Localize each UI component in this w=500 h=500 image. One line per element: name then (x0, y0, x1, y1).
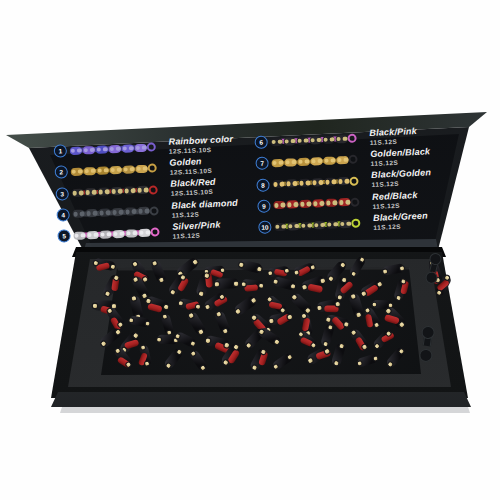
chain-pin (281, 224, 286, 229)
chain-pin (345, 200, 350, 205)
gold-pin (151, 259, 159, 267)
gold-pin (106, 307, 115, 316)
chain-link (336, 156, 348, 165)
coiled-chain-link (174, 331, 197, 348)
gold-pin (398, 320, 408, 330)
chain-pin (346, 221, 351, 226)
chain-sample-graphic (71, 163, 164, 176)
chain-pin (111, 189, 116, 194)
gold-pin (220, 358, 229, 367)
chain-pin (332, 200, 337, 205)
option-number-badge: 3 (55, 187, 69, 201)
chain-pin (333, 222, 338, 227)
option-number-badge: 5 (57, 229, 71, 243)
black-outer-plate (189, 349, 208, 372)
gold-pin (316, 303, 324, 311)
chain-link (136, 164, 148, 173)
chain-link (122, 144, 134, 153)
chain-pin (317, 137, 322, 142)
coiled-chain-link (249, 347, 268, 371)
chain-pin (85, 190, 90, 195)
chain-pin (73, 212, 78, 217)
chain-link (296, 136, 308, 145)
coiled-chain-link (272, 276, 296, 291)
chain-sample-graphic (70, 142, 163, 155)
chain-speed-spec: 11S.12S (172, 208, 239, 218)
chain-link (125, 229, 137, 238)
chain-link (85, 188, 97, 197)
chain-link (339, 219, 351, 228)
chain-pin (325, 180, 330, 185)
quick-link-end (350, 197, 359, 206)
gold-pin (91, 302, 98, 309)
chain-pin (285, 160, 290, 165)
chain-pin (330, 137, 335, 142)
black-outer-plate (150, 259, 167, 283)
coiled-chain-link (363, 306, 382, 329)
chain-pin (131, 209, 136, 214)
gold-pin (286, 313, 294, 321)
black-outer-plate (186, 311, 207, 336)
gold-pin (114, 347, 123, 356)
chain-pin (79, 190, 84, 195)
chain-pin (93, 232, 98, 237)
black-outer-plate (382, 263, 405, 276)
chain-link (111, 208, 123, 217)
chain-pin (117, 167, 122, 172)
option-label: Black diamond11S.12S (171, 199, 238, 219)
chain-pin (77, 148, 82, 153)
gold-pin (342, 319, 350, 327)
coiled-chain-link (306, 346, 332, 366)
black-outer-plate (214, 311, 231, 335)
chain-link (85, 209, 97, 218)
chain-link (124, 207, 136, 216)
gold-pin (326, 324, 334, 332)
chain-pin (104, 168, 109, 173)
chain-pin (144, 209, 149, 214)
coiled-chain-link (167, 273, 187, 297)
option-label: Red/Black11S.12S (372, 191, 418, 210)
chain-link (137, 207, 149, 216)
coiled-chain-link (349, 327, 370, 350)
gold-pin (131, 259, 140, 268)
chain-sample-graphic (273, 197, 366, 210)
chain-speed-spec: 12S.11S.10S (171, 188, 217, 197)
chain-link (337, 177, 349, 186)
black-outer-plate (215, 278, 239, 289)
chain-pin (331, 179, 336, 184)
black-outer-plate (320, 324, 335, 347)
chain-speed-spec: 11S.12S (371, 157, 431, 167)
quick-link-end (148, 164, 157, 173)
chain-pin (136, 167, 141, 172)
chart-column-left: 1Rainbow color12S.11S.10S2Golden12S.11S.… (53, 132, 254, 246)
chain-link (286, 200, 298, 209)
chain-link (111, 187, 123, 196)
gold-pin (372, 301, 378, 307)
gold-pin (332, 359, 340, 367)
gold-pin (268, 317, 276, 325)
gold-pin (373, 342, 382, 351)
black-outer-plate (272, 276, 296, 291)
coiled-chain-link (372, 329, 393, 351)
coiled-chain-link (205, 335, 231, 350)
chain-pin (83, 148, 88, 153)
gold-pin (102, 289, 111, 298)
chain-link (324, 177, 336, 186)
chain-pin (307, 223, 312, 228)
chain-pin (275, 224, 280, 229)
coiled-chain-link (241, 278, 263, 289)
gold-pin (381, 268, 388, 275)
chain-pin (131, 188, 136, 193)
gold-pin (326, 273, 335, 282)
chain-pin (137, 188, 142, 193)
chain-link (72, 210, 84, 219)
chain-link (98, 187, 110, 196)
chain-pin (304, 138, 309, 143)
chain-pin (91, 169, 96, 174)
gold-pin (204, 336, 212, 344)
gold-pin (398, 265, 405, 272)
gold-pin (194, 302, 201, 309)
chain-speed-spec: 11S.12S (370, 137, 418, 146)
gold-pin (197, 327, 206, 336)
chain-pin (278, 139, 283, 144)
chain-pin (109, 146, 114, 151)
chain-pin (84, 169, 89, 174)
chain-link (110, 166, 122, 175)
chain-pin (110, 168, 115, 173)
chain-link (284, 158, 296, 167)
coiled-chain-link (316, 298, 341, 312)
black-outer-plate (174, 331, 197, 348)
option-number-badge: 7 (255, 157, 269, 171)
gold-pin (174, 332, 182, 340)
gold-pin (187, 311, 196, 320)
coiled-chain-link (272, 352, 294, 371)
chain-pin (300, 202, 305, 207)
box-hinge (0, 0, 500, 500)
coiled-chain-link (385, 346, 406, 368)
gold-pin (177, 299, 184, 306)
chain-link (138, 228, 150, 237)
gold-pin (289, 282, 297, 290)
chain-link (136, 186, 148, 195)
gold-pin (233, 306, 242, 315)
coiled-chain-link (357, 354, 379, 368)
chain-pin (97, 168, 102, 173)
gold-pin (158, 275, 166, 283)
chain-link (309, 136, 321, 145)
chain-speed-spec: 11S.12S (373, 221, 428, 231)
chain-pin (135, 145, 140, 150)
chain-pin (138, 209, 143, 214)
coiled-chain-link (348, 293, 364, 319)
coiled-chain-link (102, 273, 121, 297)
option-label: Black/Pink11S.12S (369, 127, 417, 146)
gold-pin (144, 320, 151, 327)
chain-speed-spec: 12S.11S.10S (170, 167, 213, 176)
gold-pin (189, 339, 197, 347)
coiled-chain-link (138, 345, 151, 367)
chain-pin (130, 167, 135, 172)
chain-pin (86, 211, 91, 216)
chain-pin (103, 147, 108, 152)
chain-pin (327, 222, 332, 227)
gold-pin (324, 315, 332, 323)
coiled-chain-link (301, 275, 327, 293)
chain-pin (299, 181, 304, 186)
coiled-chain-link (196, 272, 213, 297)
chain-pin (304, 159, 309, 164)
chain-pin (280, 203, 285, 208)
chain-pin (90, 147, 95, 152)
quick-link-end (349, 176, 358, 185)
gold-pin (349, 327, 358, 336)
black-outer-plate (348, 293, 364, 319)
gold-pin (355, 311, 363, 319)
chain-link (325, 199, 337, 208)
chain-link (287, 222, 299, 231)
chain-link (98, 209, 110, 218)
chain-link (323, 156, 335, 165)
chain-pin (132, 230, 137, 235)
chain-pin (124, 188, 129, 193)
chain-link (313, 221, 325, 230)
option-label: Black/Green11S.12S (373, 212, 428, 231)
black-outer-plate (272, 352, 294, 371)
chain-pin (119, 231, 124, 236)
option-label: Black/Golden11S.12S (371, 169, 432, 189)
chain-pin (273, 182, 278, 187)
chain-pin (312, 180, 317, 185)
coiled-chain-link (393, 278, 408, 301)
chain-link (272, 180, 284, 189)
gold-pin (250, 363, 259, 372)
gold-pin (272, 362, 280, 370)
gold-pin (240, 280, 247, 287)
gold-pin (199, 363, 207, 371)
chain-sample-graphic (274, 218, 367, 231)
chain-link (99, 230, 111, 239)
chain-link (312, 199, 324, 208)
chain-link (84, 167, 96, 176)
chain-pin (288, 224, 293, 229)
chain-pin (145, 230, 150, 235)
gold-pin (233, 280, 240, 287)
option-number-badge: 8 (256, 178, 270, 192)
black-outer-plate (128, 315, 150, 328)
gold-pin (337, 342, 345, 350)
chain-link (123, 186, 135, 195)
chain-pin (343, 136, 348, 141)
black-outer-plate (331, 342, 347, 366)
gold-pin (349, 293, 357, 301)
chain-pin (343, 157, 348, 162)
option-label: Golden12S.11S.10S (169, 157, 212, 176)
chain-pin (98, 189, 103, 194)
chain-pin (323, 137, 328, 142)
quick-link-end (347, 134, 356, 143)
gold-pin (144, 360, 151, 367)
chain-pin (338, 179, 343, 184)
chain-pin (105, 189, 110, 194)
chain-link (86, 230, 98, 239)
gold-pin (220, 266, 226, 272)
chain-pin (294, 223, 299, 228)
chain-pin (344, 179, 349, 184)
chain-pin (70, 148, 75, 153)
gold-pin (140, 344, 147, 351)
coiled-chain-link (128, 315, 150, 328)
coiled-chain (97, 263, 417, 373)
option-number-badge: 4 (56, 208, 70, 222)
chain-link (300, 221, 312, 230)
chain-link (338, 198, 350, 207)
chain-pin (72, 191, 77, 196)
gold-pin (373, 321, 381, 329)
chain-pin (99, 211, 104, 216)
chain-pin (274, 203, 279, 208)
chain-pin (318, 180, 323, 185)
gold-pin (237, 260, 245, 268)
coiled-chain-link (331, 342, 347, 366)
chain-pin (123, 167, 128, 172)
chain-link (322, 135, 334, 144)
gold-pin (394, 294, 402, 302)
gold-pin (258, 327, 267, 336)
chain-pin (287, 202, 292, 207)
chain-link (297, 157, 309, 166)
gold-pin (124, 361, 133, 370)
gold-pin (244, 340, 253, 349)
gold-pin (168, 288, 177, 297)
chain-link (270, 137, 282, 146)
chain-link (283, 137, 295, 146)
gold-pin (306, 356, 315, 365)
chain-link (123, 165, 135, 174)
quick-link-end (348, 155, 357, 164)
chain-pin (139, 230, 144, 235)
chain-pin (74, 233, 79, 238)
gold-pin (202, 302, 211, 311)
chain-speed-spec: 11S.12S (372, 201, 418, 210)
chain-link (73, 231, 85, 240)
chain-pin (313, 201, 318, 206)
chain-pin (129, 146, 134, 151)
gold-pin (349, 269, 357, 277)
coiled-chain-link (215, 278, 239, 289)
coiled-chain-link (161, 313, 175, 335)
gold-pin (131, 330, 140, 339)
chain-link (335, 134, 347, 143)
gold-pin (174, 348, 183, 357)
chain-pin (310, 138, 315, 143)
gold-pin (363, 306, 371, 314)
coiled-chain-link (359, 278, 384, 298)
chain-pin (143, 166, 148, 171)
chain-link (311, 178, 323, 187)
chain-pin (106, 210, 111, 215)
gold-pin (372, 355, 379, 362)
chain-link (72, 189, 84, 198)
coiled-chain-link (268, 266, 290, 278)
chain-speed-spec: 11S.12S (371, 179, 431, 189)
chain-link (310, 157, 322, 166)
chain-pin (142, 145, 147, 150)
chain-pin (119, 210, 124, 215)
gold-pin (130, 294, 138, 302)
black-outer-plate (163, 347, 184, 370)
chain-sample-graphic (72, 206, 165, 219)
chain-pin (112, 210, 117, 215)
chain-pin (336, 137, 341, 142)
chain-pin (78, 169, 83, 174)
coiled-chain-link (384, 306, 408, 330)
chain-link (271, 159, 283, 168)
coiled-chain-link (186, 311, 207, 336)
coiled-chain-link (113, 347, 134, 370)
gold-pin (267, 269, 274, 276)
chain-link (274, 222, 286, 231)
chain-pin (317, 159, 322, 164)
chain-pin (113, 231, 118, 236)
chain-sample-graphic (271, 155, 364, 168)
gold-pin (128, 316, 135, 323)
chain-pin (337, 158, 342, 163)
coiled-chain-link (334, 277, 349, 301)
gold-pin (222, 327, 230, 335)
chain-sample-graphic (72, 185, 165, 198)
chain-link (97, 166, 109, 175)
black-outer-plate (385, 346, 406, 368)
option-number-badge: 10 (258, 220, 272, 234)
gold-pin (162, 312, 169, 319)
chain-pin (311, 159, 316, 164)
option-number-badge: 1 (54, 144, 68, 158)
chain-pin (319, 201, 324, 206)
coiled-chain-link (214, 311, 231, 335)
chain-link (70, 146, 82, 155)
option-label: Rainbow color12S.11S.10S (168, 135, 233, 155)
black-outer-plate (289, 291, 313, 315)
gold-pin (189, 349, 197, 357)
gold-pin (214, 281, 221, 288)
chain-pin (100, 232, 105, 237)
chain-pin (144, 187, 149, 192)
chain-pin (271, 139, 276, 144)
chain-pin (286, 181, 291, 186)
chain-pin (80, 233, 85, 238)
chain-pin (305, 180, 310, 185)
coiled-chain-link (202, 292, 225, 312)
gold-pin (113, 327, 122, 336)
chain-link (96, 145, 108, 154)
chain-pin (122, 146, 127, 151)
chain-pin (306, 202, 311, 207)
chain-pin (340, 221, 345, 226)
gold-pin (156, 336, 162, 342)
chain-pin (314, 223, 319, 228)
chain-link (273, 201, 285, 210)
chain-pin (93, 211, 98, 216)
black-outer-plate (161, 313, 175, 335)
chain-link (299, 200, 311, 209)
chain-pin (320, 222, 325, 227)
quick-link-end (351, 218, 360, 227)
